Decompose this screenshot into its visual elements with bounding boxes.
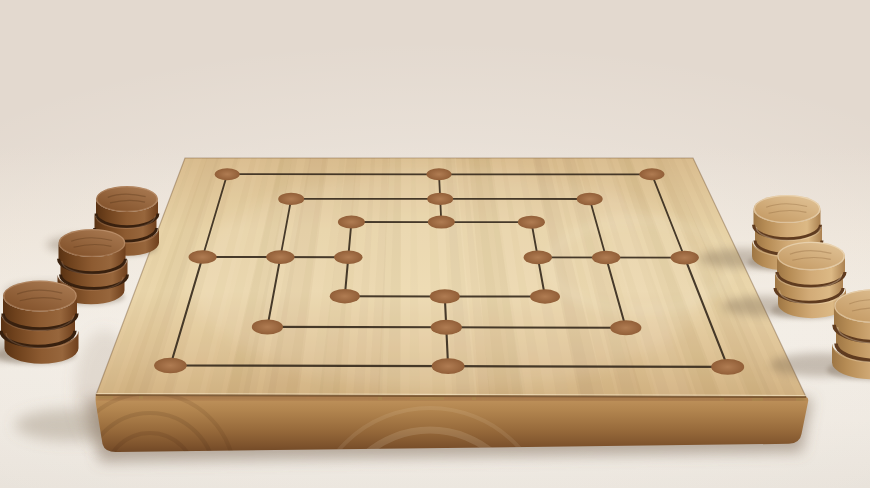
- board-point-f2[interactable]: [610, 320, 641, 335]
- board-point-f6[interactable]: [577, 193, 603, 206]
- nine-mens-morris-photo: [0, 0, 870, 488]
- board-point-e5[interactable]: [518, 216, 545, 229]
- board-front-edge: [65, 393, 808, 488]
- board-point-d1[interactable]: [432, 358, 465, 374]
- board-point-b2[interactable]: [252, 319, 283, 334]
- board-point-a1[interactable]: [154, 358, 187, 374]
- surface-sheen: [190, 170, 710, 390]
- board-point-g1[interactable]: [711, 359, 744, 375]
- board-front-face: [96, 395, 809, 452]
- board-point-c4[interactable]: [334, 250, 362, 264]
- board-point-d6[interactable]: [427, 193, 453, 205]
- board-point-b6[interactable]: [278, 193, 304, 205]
- board-point-c5[interactable]: [338, 216, 365, 229]
- board-point-a7[interactable]: [215, 168, 240, 180]
- board-point-g7[interactable]: [639, 168, 664, 180]
- board-point-f4[interactable]: [592, 251, 620, 265]
- board-point-d5[interactable]: [428, 216, 455, 229]
- scene: [0, 0, 870, 488]
- board-point-e3[interactable]: [530, 289, 560, 303]
- board-point-d2[interactable]: [431, 320, 462, 335]
- board-line: [170, 366, 448, 367]
- board-point-b4[interactable]: [266, 250, 294, 264]
- board-point-a4[interactable]: [189, 250, 217, 264]
- board-point-d3[interactable]: [430, 289, 460, 303]
- board-line: [448, 366, 728, 367]
- board-point-c3[interactable]: [330, 289, 360, 303]
- board-point-g4[interactable]: [671, 251, 699, 265]
- board-point-d7[interactable]: [427, 168, 452, 180]
- board-point-e4[interactable]: [524, 251, 552, 265]
- dark-stack-front[interactable]: [0, 281, 79, 365]
